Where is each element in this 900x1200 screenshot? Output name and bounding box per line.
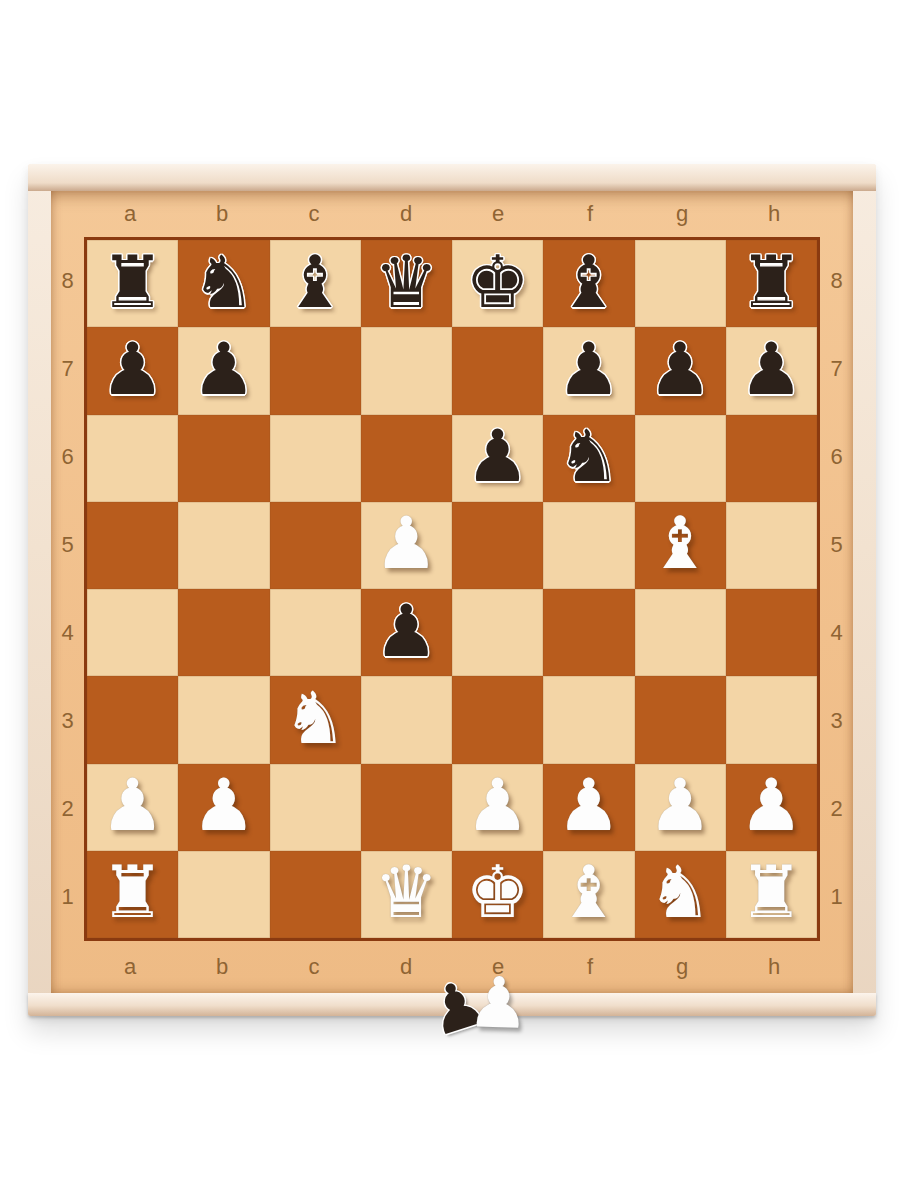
black-king[interactable]: ♚ — [465, 246, 530, 318]
black-bishop[interactable]: ♝ — [283, 246, 348, 318]
captured-white-pawn[interactable]: ♟ — [466, 967, 531, 1039]
square-g6[interactable] — [635, 415, 726, 502]
black-pawn[interactable]: ♟ — [557, 333, 622, 405]
black-rook[interactable]: ♜ — [100, 246, 165, 318]
square-b3[interactable] — [178, 676, 269, 763]
black-knight[interactable]: ♞ — [557, 420, 622, 492]
white-knight[interactable]: ♞ — [283, 682, 348, 754]
square-b6[interactable] — [178, 415, 269, 502]
square-a8[interactable]: ♜ — [87, 240, 178, 327]
white-pawn[interactable]: ♟ — [374, 507, 439, 579]
square-f4[interactable] — [543, 589, 634, 676]
white-pawn[interactable]: ♟ — [192, 769, 257, 841]
file-label-c-top: c — [309, 201, 320, 227]
white-pawn[interactable]: ♟ — [100, 769, 165, 841]
rank-label-5-left: 5 — [61, 532, 73, 558]
square-d3[interactable] — [361, 676, 452, 763]
square-e6[interactable]: ♟ — [452, 415, 543, 502]
rank-label-6-left: 6 — [61, 444, 73, 470]
rank-label-7-left: 7 — [61, 356, 73, 382]
square-b7[interactable]: ♟ — [178, 327, 269, 414]
square-c5[interactable] — [270, 502, 361, 589]
rank-labels-right: 87654321 — [820, 237, 853, 941]
square-g2[interactable]: ♟ — [635, 764, 726, 851]
black-bishop[interactable]: ♝ — [557, 246, 622, 318]
file-label-c-bottom: c — [309, 954, 320, 980]
rank-label-3-right: 3 — [830, 708, 842, 734]
square-g4[interactable] — [635, 589, 726, 676]
file-label-e-top: e — [492, 201, 504, 227]
black-knight[interactable]: ♞ — [192, 246, 257, 318]
white-knight[interactable]: ♞ — [648, 856, 713, 928]
square-f5[interactable] — [543, 502, 634, 589]
file-label-f-top: f — [587, 201, 593, 227]
square-f3[interactable] — [543, 676, 634, 763]
black-pawn[interactable]: ♟ — [739, 333, 804, 405]
square-f8[interactable]: ♝ — [543, 240, 634, 327]
rank-label-3-left: 3 — [61, 708, 73, 734]
file-label-h-bottom: h — [768, 954, 780, 980]
square-e3[interactable] — [452, 676, 543, 763]
square-f1[interactable]: ♝ — [543, 851, 634, 938]
square-d7[interactable] — [361, 327, 452, 414]
square-a5[interactable] — [87, 502, 178, 589]
file-label-d-top: d — [400, 201, 412, 227]
board-panel: abcdefgh 87654321 ♜♞♝♛♚♝♜♟♟♟♟♟♟♞♟♝♟♞♟♟♟♟… — [51, 191, 853, 993]
square-d5[interactable]: ♟ — [361, 502, 452, 589]
file-label-d-bottom: d — [400, 954, 412, 980]
square-d6[interactable] — [361, 415, 452, 502]
square-d8[interactable]: ♛ — [361, 240, 452, 327]
square-b4[interactable] — [178, 589, 269, 676]
square-h7[interactable]: ♟ — [726, 327, 817, 414]
black-pawn[interactable]: ♟ — [648, 333, 713, 405]
white-bishop[interactable]: ♝ — [557, 856, 622, 928]
rank-labels-left: 87654321 — [51, 237, 84, 941]
rank-label-7-right: 7 — [830, 356, 842, 382]
square-a1[interactable]: ♜ — [87, 851, 178, 938]
white-bishop[interactable]: ♝ — [648, 507, 713, 579]
black-pawn[interactable]: ♟ — [465, 420, 530, 492]
square-g3[interactable] — [635, 676, 726, 763]
square-a6[interactable] — [87, 415, 178, 502]
black-queen[interactable]: ♛ — [374, 246, 439, 318]
rank-label-4-left: 4 — [61, 620, 73, 646]
file-label-g-top: g — [676, 201, 688, 227]
white-queen[interactable]: ♛ — [374, 856, 439, 928]
square-c7[interactable] — [270, 327, 361, 414]
square-a7[interactable]: ♟ — [87, 327, 178, 414]
rank-label-4-right: 4 — [830, 620, 842, 646]
white-rook[interactable]: ♜ — [739, 856, 804, 928]
rank-label-1-right: 1 — [830, 884, 842, 910]
white-rook[interactable]: ♜ — [100, 856, 165, 928]
file-label-a-bottom: a — [124, 954, 136, 980]
rank-label-2-left: 2 — [61, 796, 73, 822]
black-rook[interactable]: ♜ — [739, 246, 804, 318]
square-d1[interactable]: ♛ — [361, 851, 452, 938]
rank-label-1-left: 1 — [61, 884, 73, 910]
rank-label-2-right: 2 — [830, 796, 842, 822]
square-g7[interactable]: ♟ — [635, 327, 726, 414]
square-h8[interactable]: ♜ — [726, 240, 817, 327]
square-h1[interactable]: ♜ — [726, 851, 817, 938]
square-b5[interactable] — [178, 502, 269, 589]
square-c4[interactable] — [270, 589, 361, 676]
black-pawn[interactable]: ♟ — [100, 333, 165, 405]
square-e5[interactable] — [452, 502, 543, 589]
file-label-h-top: h — [768, 201, 780, 227]
rank-label-8-right: 8 — [830, 268, 842, 294]
square-e8[interactable]: ♚ — [452, 240, 543, 327]
square-c1[interactable] — [270, 851, 361, 938]
white-king[interactable]: ♚ — [465, 856, 530, 928]
wooden-frame: abcdefgh 87654321 ♜♞♝♛♚♝♜♟♟♟♟♟♟♞♟♝♟♞♟♟♟♟… — [28, 164, 876, 1016]
square-h2[interactable]: ♟ — [726, 764, 817, 851]
square-f2[interactable]: ♟ — [543, 764, 634, 851]
square-a3[interactable] — [87, 676, 178, 763]
square-c8[interactable]: ♝ — [270, 240, 361, 327]
file-label-b-bottom: b — [216, 954, 228, 980]
file-label-b-top: b — [216, 201, 228, 227]
square-b2[interactable]: ♟ — [178, 764, 269, 851]
square-f7[interactable]: ♟ — [543, 327, 634, 414]
file-label-f-bottom: f — [587, 954, 593, 980]
square-c2[interactable] — [270, 764, 361, 851]
white-pawn[interactable]: ♟ — [739, 769, 804, 841]
board-middle: 87654321 ♜♞♝♛♚♝♜♟♟♟♟♟♟♞♟♝♟♞♟♟♟♟♟♟♜♛♚♝♞♜ … — [51, 237, 853, 941]
white-pawn[interactable]: ♟ — [465, 769, 530, 841]
rank-label-6-right: 6 — [830, 444, 842, 470]
square-e2[interactable]: ♟ — [452, 764, 543, 851]
square-g8[interactable] — [635, 240, 726, 327]
square-c6[interactable] — [270, 415, 361, 502]
white-pawn[interactable]: ♟ — [648, 769, 713, 841]
square-h4[interactable] — [726, 589, 817, 676]
square-g5[interactable]: ♝ — [635, 502, 726, 589]
file-label-a-top: a — [124, 201, 136, 227]
square-h6[interactable] — [726, 415, 817, 502]
file-labels-top: abcdefgh — [51, 191, 853, 237]
rank-label-5-right: 5 — [830, 532, 842, 558]
rank-label-8-left: 8 — [61, 268, 73, 294]
square-a2[interactable]: ♟ — [87, 764, 178, 851]
black-pawn[interactable]: ♟ — [192, 333, 257, 405]
square-h3[interactable] — [726, 676, 817, 763]
board-photo: abcdefgh 87654321 ♜♞♝♛♚♝♜♟♟♟♟♟♟♞♟♝♟♞♟♟♟♟… — [0, 0, 900, 1200]
square-b8[interactable]: ♞ — [178, 240, 269, 327]
square-a4[interactable] — [87, 589, 178, 676]
square-e4[interactable] — [452, 589, 543, 676]
square-d2[interactable] — [361, 764, 452, 851]
square-b1[interactable] — [178, 851, 269, 938]
square-d4[interactable]: ♟ — [361, 589, 452, 676]
square-c3[interactable]: ♞ — [270, 676, 361, 763]
square-f6[interactable]: ♞ — [543, 415, 634, 502]
square-e7[interactable] — [452, 327, 543, 414]
square-e1[interactable]: ♚ — [452, 851, 543, 938]
chess-grid: ♜♞♝♛♚♝♜♟♟♟♟♟♟♞♟♝♟♞♟♟♟♟♟♟♜♛♚♝♞♜ — [84, 237, 820, 941]
file-label-g-bottom: g — [676, 954, 688, 980]
square-h5[interactable] — [726, 502, 817, 589]
square-g1[interactable]: ♞ — [635, 851, 726, 938]
white-pawn[interactable]: ♟ — [557, 769, 622, 841]
black-pawn[interactable]: ♟ — [374, 595, 439, 667]
